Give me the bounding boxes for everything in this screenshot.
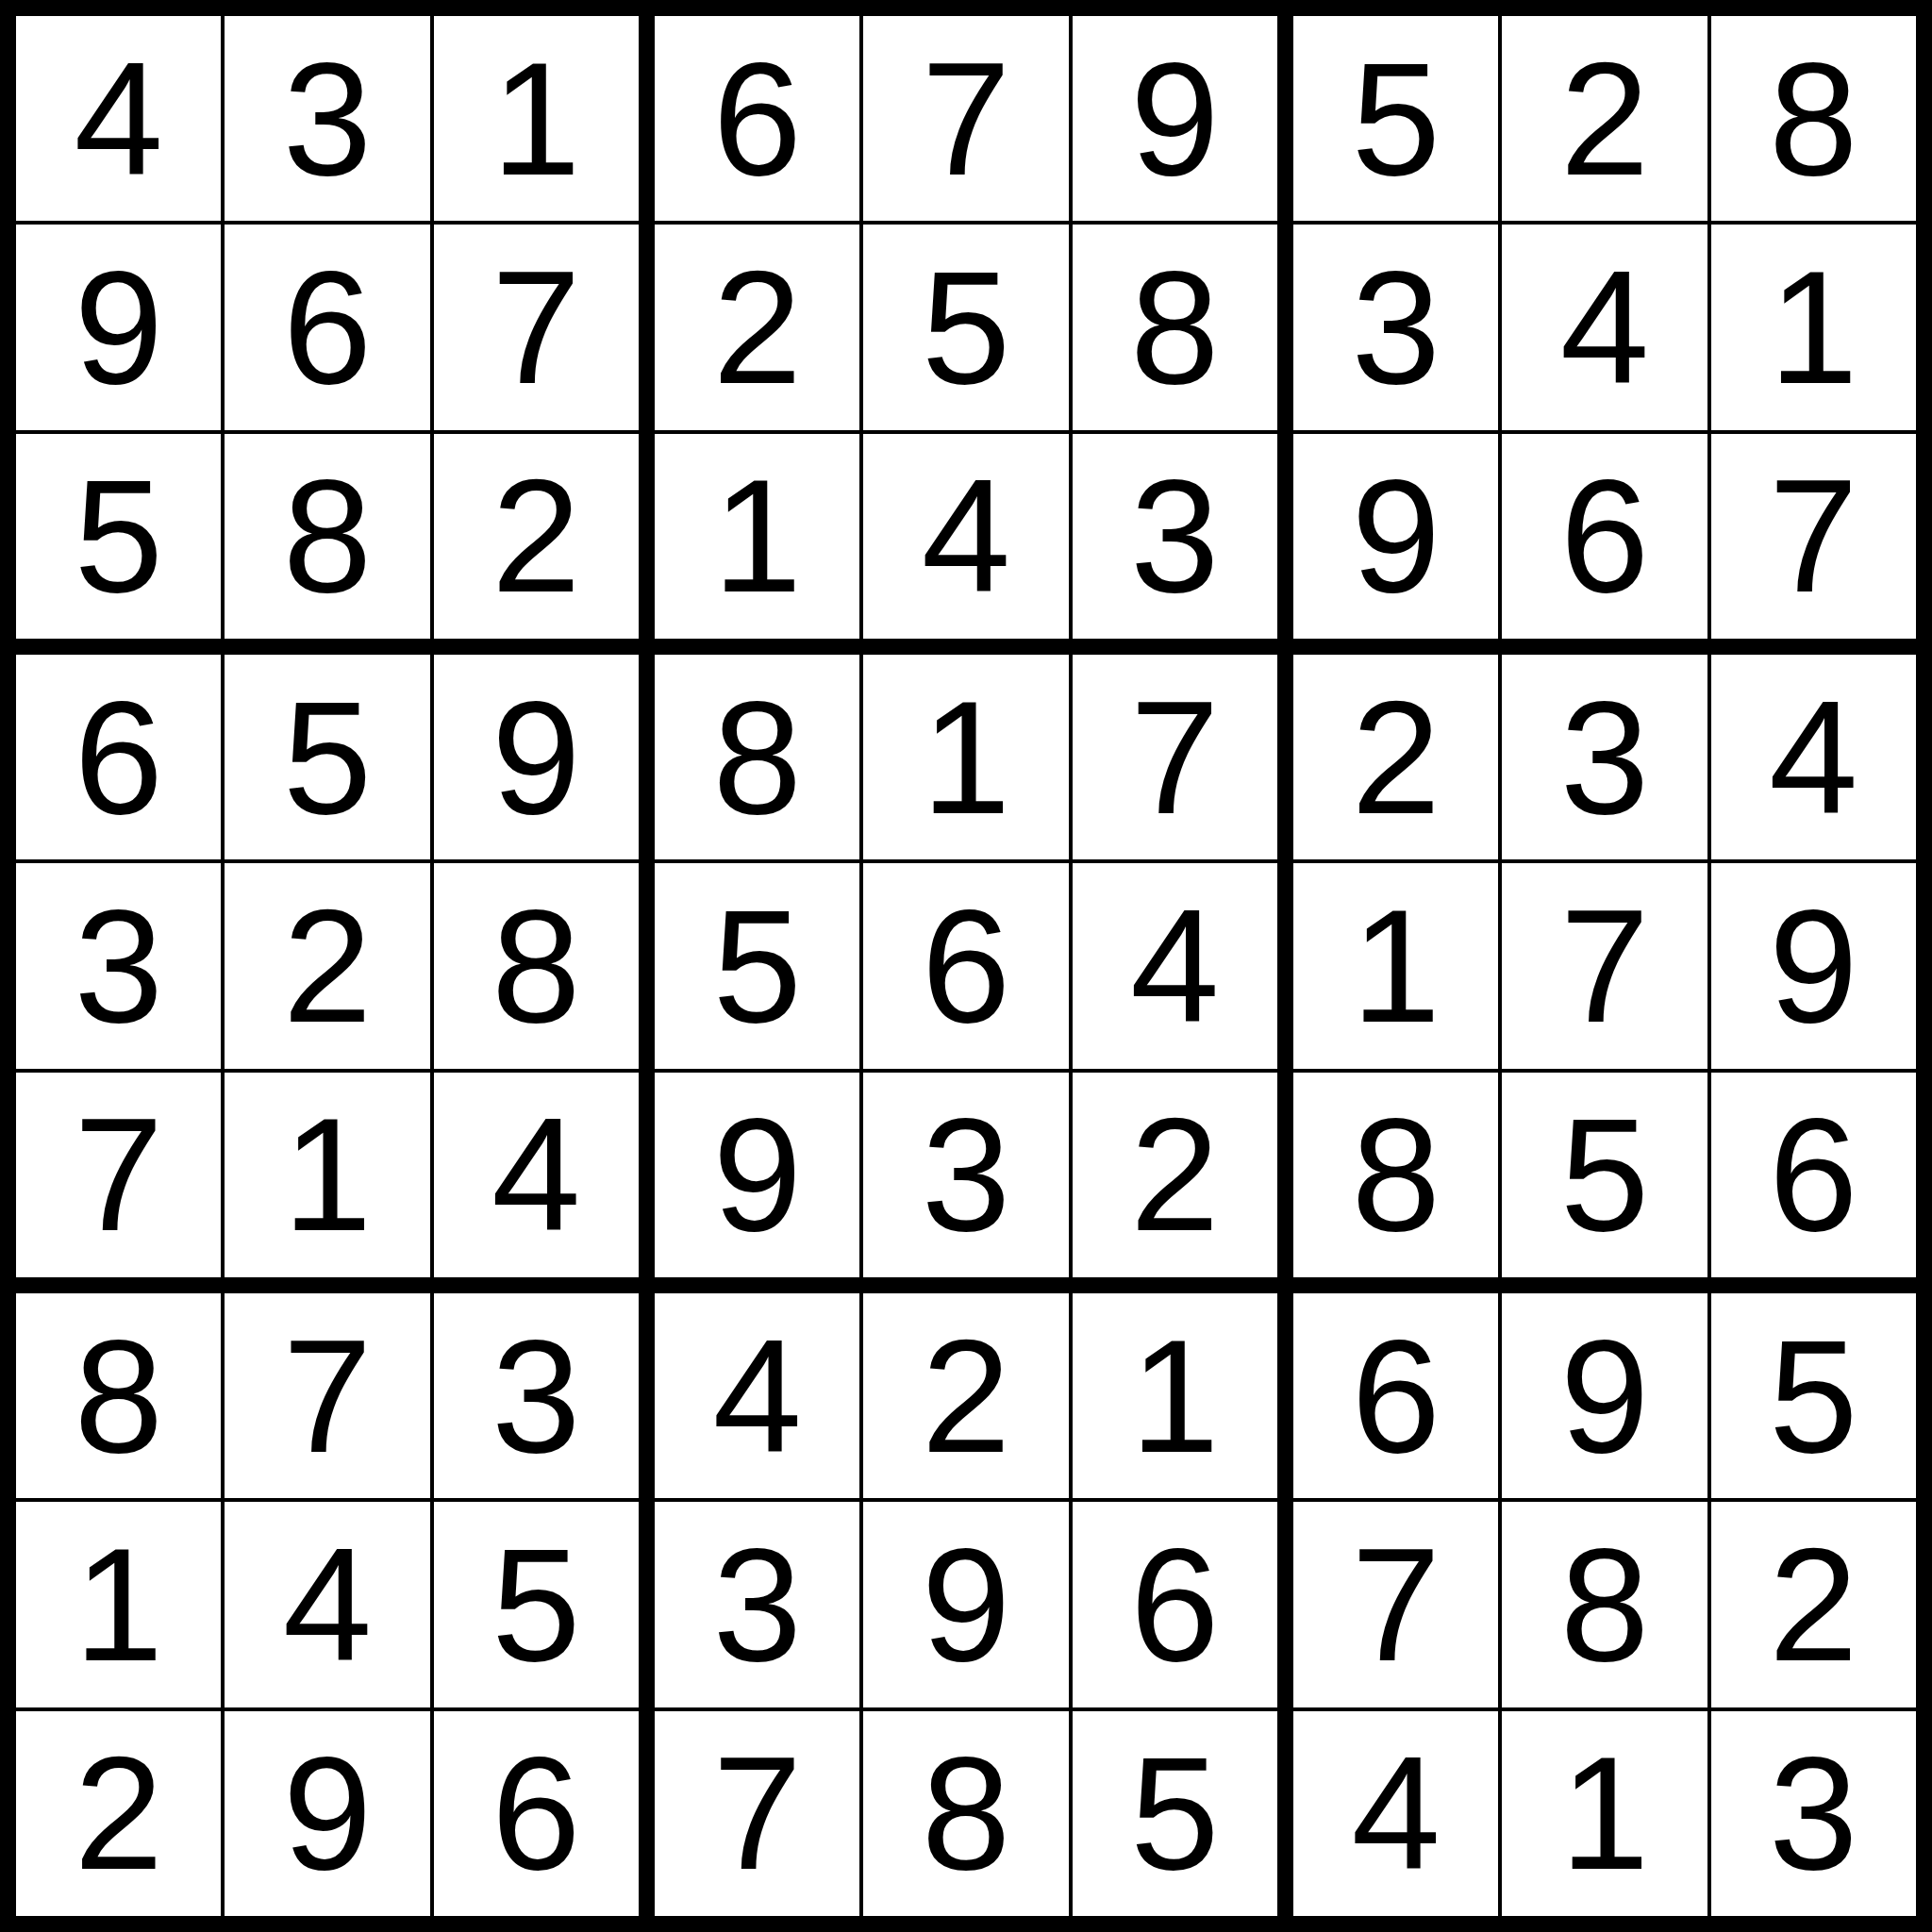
box-3-3: 695782413 bbox=[1293, 1293, 1916, 1916]
cell-r7c3[interactable]: 3 bbox=[434, 1293, 639, 1498]
cell-r1c4[interactable]: 6 bbox=[655, 16, 859, 221]
cell-r7c2[interactable]: 7 bbox=[225, 1293, 429, 1498]
cell-r7c8[interactable]: 9 bbox=[1502, 1293, 1707, 1498]
cell-r5c7[interactable]: 1 bbox=[1293, 863, 1498, 1068]
cell-r8c9[interactable]: 2 bbox=[1711, 1502, 1916, 1707]
cell-r1c2[interactable]: 3 bbox=[225, 16, 429, 221]
cell-r9c9[interactable]: 3 bbox=[1711, 1711, 1916, 1916]
cell-r4c1[interactable]: 6 bbox=[16, 655, 221, 859]
cell-r5c2[interactable]: 2 bbox=[225, 863, 429, 1068]
cell-r6c1[interactable]: 7 bbox=[16, 1073, 221, 1277]
cell-r4c5[interactable]: 1 bbox=[863, 655, 1068, 859]
cell-r4c9[interactable]: 4 bbox=[1711, 655, 1916, 859]
cell-r2c1[interactable]: 9 bbox=[16, 225, 221, 429]
cell-r8c4[interactable]: 3 bbox=[655, 1502, 859, 1707]
cell-r8c8[interactable]: 8 bbox=[1502, 1502, 1707, 1707]
cell-r3c2[interactable]: 8 bbox=[225, 434, 429, 639]
cell-r7c4[interactable]: 4 bbox=[655, 1293, 859, 1498]
box-2-3: 234179856 bbox=[1293, 655, 1916, 1277]
cell-r3c9[interactable]: 7 bbox=[1711, 434, 1916, 639]
cell-r2c7[interactable]: 3 bbox=[1293, 225, 1498, 429]
cell-r5c9[interactable]: 9 bbox=[1711, 863, 1916, 1068]
cell-r9c1[interactable]: 2 bbox=[16, 1711, 221, 1916]
cell-r5c1[interactable]: 3 bbox=[16, 863, 221, 1068]
cell-r5c5[interactable]: 6 bbox=[863, 863, 1068, 1068]
cell-r9c5[interactable]: 8 bbox=[863, 1711, 1068, 1916]
cell-r9c3[interactable]: 6 bbox=[434, 1711, 639, 1916]
cell-r4c6[interactable]: 7 bbox=[1073, 655, 1277, 859]
cell-r9c2[interactable]: 9 bbox=[225, 1711, 429, 1916]
cell-r7c6[interactable]: 1 bbox=[1073, 1293, 1277, 1498]
cell-r2c2[interactable]: 6 bbox=[225, 225, 429, 429]
cell-r1c3[interactable]: 1 bbox=[434, 16, 639, 221]
cell-r1c5[interactable]: 7 bbox=[863, 16, 1068, 221]
cell-r9c7[interactable]: 4 bbox=[1293, 1711, 1498, 1916]
cell-r4c4[interactable]: 8 bbox=[655, 655, 859, 859]
box-1-2: 679258143 bbox=[655, 16, 1277, 639]
cell-r2c3[interactable]: 7 bbox=[434, 225, 639, 429]
cell-r1c1[interactable]: 4 bbox=[16, 16, 221, 221]
cell-r7c5[interactable]: 2 bbox=[863, 1293, 1068, 1498]
cell-r1c7[interactable]: 5 bbox=[1293, 16, 1498, 221]
sudoku-board: 4319675826792581435283419676593287148175… bbox=[0, 0, 1932, 1932]
cell-r8c7[interactable]: 7 bbox=[1293, 1502, 1498, 1707]
cell-r5c3[interactable]: 8 bbox=[434, 863, 639, 1068]
cell-r9c6[interactable]: 5 bbox=[1073, 1711, 1277, 1916]
cell-r9c8[interactable]: 1 bbox=[1502, 1711, 1707, 1916]
cell-r3c1[interactable]: 5 bbox=[16, 434, 221, 639]
cell-r6c8[interactable]: 5 bbox=[1502, 1073, 1707, 1277]
cell-r2c8[interactable]: 4 bbox=[1502, 225, 1707, 429]
cell-r2c6[interactable]: 8 bbox=[1073, 225, 1277, 429]
cell-r4c8[interactable]: 3 bbox=[1502, 655, 1707, 859]
cell-r8c6[interactable]: 6 bbox=[1073, 1502, 1277, 1707]
cell-r4c3[interactable]: 9 bbox=[434, 655, 639, 859]
cell-r5c8[interactable]: 7 bbox=[1502, 863, 1707, 1068]
box-1-1: 431967582 bbox=[16, 16, 639, 639]
cell-r6c9[interactable]: 6 bbox=[1711, 1073, 1916, 1277]
cell-r7c1[interactable]: 8 bbox=[16, 1293, 221, 1498]
cell-r8c1[interactable]: 1 bbox=[16, 1502, 221, 1707]
cell-r1c8[interactable]: 2 bbox=[1502, 16, 1707, 221]
cell-r6c6[interactable]: 2 bbox=[1073, 1073, 1277, 1277]
cell-r6c7[interactable]: 8 bbox=[1293, 1073, 1498, 1277]
cell-r2c9[interactable]: 1 bbox=[1711, 225, 1916, 429]
box-2-1: 659328714 bbox=[16, 655, 639, 1277]
cell-r8c3[interactable]: 5 bbox=[434, 1502, 639, 1707]
cell-r6c5[interactable]: 3 bbox=[863, 1073, 1068, 1277]
cell-r3c6[interactable]: 3 bbox=[1073, 434, 1277, 639]
cell-r4c7[interactable]: 2 bbox=[1293, 655, 1498, 859]
cell-r3c7[interactable]: 9 bbox=[1293, 434, 1498, 639]
cell-r3c8[interactable]: 6 bbox=[1502, 434, 1707, 639]
cell-r6c2[interactable]: 1 bbox=[225, 1073, 429, 1277]
cell-r4c2[interactable]: 5 bbox=[225, 655, 429, 859]
box-2-2: 817564932 bbox=[655, 655, 1277, 1277]
cell-r2c5[interactable]: 5 bbox=[863, 225, 1068, 429]
cell-r9c4[interactable]: 7 bbox=[655, 1711, 859, 1916]
box-1-3: 528341967 bbox=[1293, 16, 1916, 639]
cell-r7c9[interactable]: 5 bbox=[1711, 1293, 1916, 1498]
cell-r1c9[interactable]: 8 bbox=[1711, 16, 1916, 221]
cell-r8c2[interactable]: 4 bbox=[225, 1502, 429, 1707]
cell-r3c4[interactable]: 1 bbox=[655, 434, 859, 639]
cell-r6c3[interactable]: 4 bbox=[434, 1073, 639, 1277]
cell-r3c5[interactable]: 4 bbox=[863, 434, 1068, 639]
cell-r2c4[interactable]: 2 bbox=[655, 225, 859, 429]
box-3-2: 421396785 bbox=[655, 1293, 1277, 1916]
box-3-1: 873145296 bbox=[16, 1293, 639, 1916]
cell-r6c4[interactable]: 9 bbox=[655, 1073, 859, 1277]
cell-r8c5[interactable]: 9 bbox=[863, 1502, 1068, 1707]
cell-r3c3[interactable]: 2 bbox=[434, 434, 639, 639]
cell-r5c4[interactable]: 5 bbox=[655, 863, 859, 1068]
cell-r5c6[interactable]: 4 bbox=[1073, 863, 1277, 1068]
cell-r1c6[interactable]: 9 bbox=[1073, 16, 1277, 221]
cell-r7c7[interactable]: 6 bbox=[1293, 1293, 1498, 1498]
